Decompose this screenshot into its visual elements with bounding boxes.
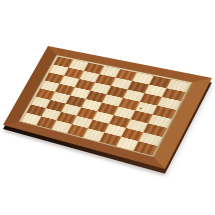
chess-board: [3, 46, 212, 169]
wood-knot-detail: [139, 107, 142, 109]
product-photo-stage: [0, 0, 215, 215]
